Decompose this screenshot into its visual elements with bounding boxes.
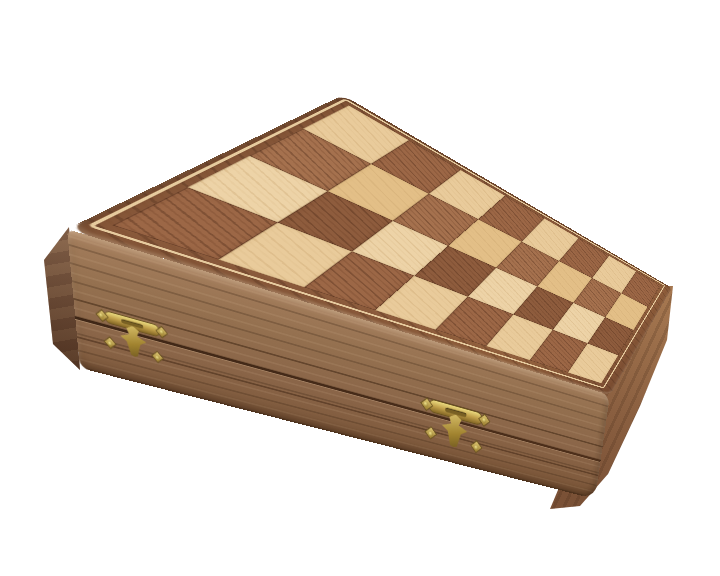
clasp-screw [429, 431, 433, 436]
product-photo-canvas [0, 0, 720, 576]
brass-clasp-left [94, 305, 171, 372]
clasp-screw [424, 401, 428, 407]
clasp-screw [474, 445, 478, 450]
clasp-screw [482, 418, 486, 423]
brass-clasp-right [417, 393, 492, 462]
